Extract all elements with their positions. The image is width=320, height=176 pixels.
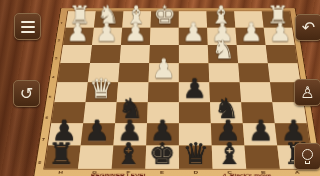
square-e8[interactable]: ♚ — [145, 145, 179, 168]
rank-label-5: 5 — [49, 95, 52, 99]
square-b7[interactable]: ♟ — [243, 123, 277, 145]
square-d3[interactable] — [179, 45, 209, 63]
square-d8[interactable]: ♛ — [179, 145, 213, 168]
square-e6[interactable] — [147, 102, 179, 123]
square-f5[interactable] — [117, 82, 149, 102]
chess-app: { "game": "chess", "ui": { "left_buttons… — [0, 0, 320, 176]
piece-black-bishop-f8[interactable]: ♝ — [108, 139, 150, 169]
square-c1[interactable]: ♝ — [206, 11, 235, 28]
square-c5[interactable] — [209, 82, 241, 102]
square-b5[interactable] — [240, 82, 273, 102]
square-b2[interactable]: ♟ — [235, 28, 265, 45]
rank-label-8: 8 — [38, 160, 41, 164]
rank-label-4: 4 — [52, 75, 55, 78]
status-level-label: BEGINNER LEVEL — [74, 173, 164, 176]
square-f2[interactable]: ♟ — [121, 28, 151, 45]
piece-style-button[interactable]: ♙ — [294, 79, 320, 106]
square-c8[interactable]: ♝ — [212, 145, 247, 168]
square-c2[interactable]: ♟ — [207, 28, 237, 45]
square-g3[interactable] — [90, 45, 121, 63]
square-h5[interactable] — [54, 82, 87, 102]
square-h8[interactable]: ♜ — [44, 145, 80, 168]
square-g8[interactable] — [78, 145, 113, 168]
rank-label-2: 2 — [58, 39, 61, 42]
chess-board[interactable]: ♜♞♝♚♝♜♟♟♟♟♟♟♟♞♟♛♟♞♞♟♟♟♟♟♟♟♜♝♚♛♝♜ HGFEDCB… — [33, 8, 320, 176]
square-e5[interactable] — [148, 82, 179, 102]
pawn-icon: ♙ — [300, 85, 314, 101]
board-squares[interactable]: ♜♞♝♚♝♜♟♟♟♟♟♟♟♞♟♛♟♞♞♟♟♟♟♟♟♟♜♝♚♛♝♜ — [44, 11, 313, 169]
square-h7[interactable]: ♟ — [48, 123, 83, 145]
square-d6[interactable] — [179, 102, 211, 123]
rotate-board-button[interactable]: ↺ — [13, 80, 40, 107]
square-c7[interactable]: ♟ — [211, 123, 245, 145]
lightbulb-icon — [302, 149, 313, 160]
rotate-icon: ↺ — [20, 86, 33, 102]
piece-black-queen-d8[interactable]: ♛ — [175, 139, 217, 169]
piece-black-rook-h8[interactable]: ♜ — [40, 139, 82, 169]
piece-black-bishop-c8[interactable]: ♝ — [209, 139, 251, 169]
square-h1[interactable]: ♜ — [66, 11, 96, 28]
square-d1[interactable] — [179, 11, 207, 28]
square-d2[interactable]: ♟ — [179, 28, 208, 45]
rank-label-3: 3 — [55, 57, 58, 60]
square-a3[interactable] — [266, 45, 298, 63]
undo-button[interactable]: ↶ — [295, 14, 320, 41]
square-a2[interactable]: ♟ — [264, 28, 295, 45]
rank-label-6: 6 — [45, 116, 48, 120]
square-e2[interactable] — [150, 28, 179, 45]
menu-button[interactable] — [14, 13, 41, 40]
square-a1[interactable]: ♜ — [262, 11, 292, 28]
square-d5[interactable]: ♟ — [179, 82, 210, 102]
file-label-H: H — [43, 169, 78, 175]
square-b3[interactable] — [237, 45, 268, 63]
square-c3[interactable]: ♞ — [208, 45, 238, 63]
rank-label-7: 7 — [42, 137, 45, 141]
piece-black-king-e8[interactable]: ♚ — [141, 139, 183, 169]
square-h2[interactable]: ♟ — [63, 28, 94, 45]
hint-button[interactable] — [294, 143, 320, 170]
square-f3[interactable] — [120, 45, 150, 63]
square-e1[interactable]: ♚ — [151, 11, 179, 28]
square-g1[interactable]: ♞ — [94, 11, 124, 28]
hamburger-icon — [21, 21, 35, 23]
square-h4[interactable] — [57, 63, 90, 82]
undo-icon: ↶ — [302, 20, 315, 36]
square-e4[interactable]: ♟ — [149, 63, 179, 82]
square-e3[interactable] — [149, 45, 179, 63]
square-g4[interactable] — [88, 63, 120, 82]
square-b1[interactable] — [234, 11, 264, 28]
square-f8[interactable]: ♝ — [112, 145, 147, 168]
square-f4[interactable] — [118, 63, 149, 82]
square-g5[interactable]: ♛ — [86, 82, 119, 102]
square-g6[interactable] — [83, 102, 116, 123]
square-e7[interactable]: ♟ — [146, 123, 179, 145]
square-f6[interactable]: ♞ — [115, 102, 148, 123]
status-move-label: 4. Black's move — [202, 173, 292, 176]
square-d4[interactable] — [179, 63, 209, 82]
square-d7[interactable] — [179, 123, 212, 145]
square-b4[interactable] — [238, 63, 270, 82]
square-c4[interactable] — [209, 63, 240, 82]
square-g7[interactable]: ♟ — [81, 123, 115, 145]
square-g2[interactable]: ♟ — [92, 28, 122, 45]
square-b6[interactable] — [241, 102, 275, 123]
square-h6[interactable] — [51, 102, 85, 123]
square-h3[interactable] — [60, 45, 92, 63]
rank-label-1: 1 — [60, 22, 63, 25]
square-c6[interactable]: ♞ — [210, 102, 243, 123]
square-f1[interactable]: ♝ — [122, 11, 151, 28]
square-b8[interactable] — [244, 145, 279, 168]
square-f7[interactable]: ♟ — [113, 123, 147, 145]
